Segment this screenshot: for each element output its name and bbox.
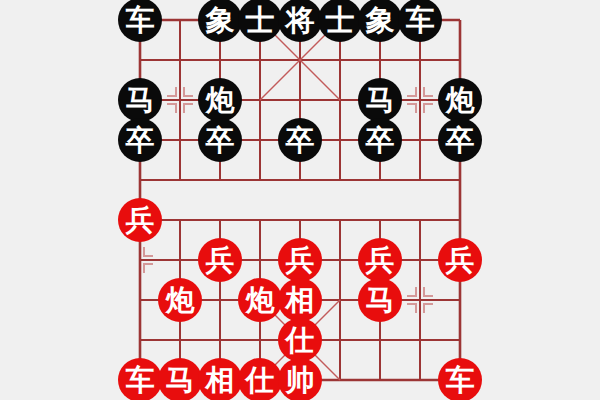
piece-red-rook[interactable]: 车 [118, 358, 162, 400]
piece-black-elephant[interactable]: 象 [198, 0, 242, 42]
piece-black-cannon[interactable]: 炮 [438, 78, 482, 122]
piece-red-king[interactable]: 帅 [278, 358, 322, 400]
piece-black-elephant[interactable]: 象 [358, 0, 402, 42]
pieces-layer: 车象士将士象车马炮马炮卒卒卒卒卒兵兵兵兵兵炮炮相马仕车马相仕帅车 [0, 0, 600, 400]
xiangqi-board: 车象士将士象车马炮马炮卒卒卒卒卒兵兵兵兵兵炮炮相马仕车马相仕帅车 [0, 0, 600, 400]
piece-red-advisor[interactable]: 仕 [278, 318, 322, 362]
piece-black-pawn[interactable]: 卒 [278, 118, 322, 162]
piece-red-pawn[interactable]: 兵 [438, 238, 482, 282]
piece-red-pawn[interactable]: 兵 [198, 238, 242, 282]
piece-red-pawn[interactable]: 兵 [358, 238, 402, 282]
piece-red-pawn[interactable]: 兵 [278, 238, 322, 282]
piece-red-advisor[interactable]: 仕 [238, 358, 282, 400]
piece-red-elephant[interactable]: 相 [278, 278, 322, 322]
piece-black-rook[interactable]: 车 [398, 0, 442, 42]
piece-black-rook[interactable]: 车 [118, 0, 162, 42]
piece-black-king[interactable]: 将 [278, 0, 322, 42]
piece-black-horse[interactable]: 马 [118, 78, 162, 122]
piece-black-horse[interactable]: 马 [358, 78, 402, 122]
piece-red-cannon[interactable]: 炮 [158, 278, 202, 322]
piece-red-pawn[interactable]: 兵 [118, 198, 162, 242]
piece-red-cannon[interactable]: 炮 [238, 278, 282, 322]
piece-red-horse[interactable]: 马 [358, 278, 402, 322]
piece-black-pawn[interactable]: 卒 [438, 118, 482, 162]
piece-red-elephant[interactable]: 相 [198, 358, 242, 400]
piece-black-pawn[interactable]: 卒 [358, 118, 402, 162]
piece-black-pawn[interactable]: 卒 [198, 118, 242, 162]
piece-black-advisor[interactable]: 士 [238, 0, 282, 42]
piece-black-cannon[interactable]: 炮 [198, 78, 242, 122]
piece-red-rook[interactable]: 车 [438, 358, 482, 400]
piece-black-advisor[interactable]: 士 [318, 0, 362, 42]
piece-black-pawn[interactable]: 卒 [118, 118, 162, 162]
piece-red-horse[interactable]: 马 [158, 358, 202, 400]
